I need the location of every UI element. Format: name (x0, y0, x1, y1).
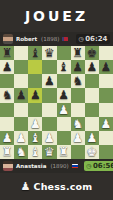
bottom-player-bar: Anastasia (1890) ◷ 06:56 (0, 159, 113, 173)
square-f1[interactable] (71, 145, 85, 159)
square-c4[interactable] (28, 103, 42, 117)
top-player-name: Robert (16, 36, 37, 42)
piece-white-knight[interactable]: ♞ (72, 118, 83, 130)
square-g4[interactable] (85, 103, 99, 117)
piece-white-pawn[interactable]: ♟ (58, 104, 69, 116)
piece-white-queen[interactable]: ♛ (44, 146, 55, 158)
square-h6[interactable] (99, 74, 113, 88)
square-e8[interactable] (57, 46, 71, 60)
bottom-player-rating: (1890) (50, 163, 68, 169)
square-b4[interactable] (14, 103, 28, 117)
square-b1[interactable]: ♞ (14, 145, 28, 159)
piece-black-pawn[interactable]: ♟ (2, 61, 13, 73)
square-f5[interactable] (71, 88, 85, 102)
piece-black-rook[interactable]: ♜ (72, 47, 83, 59)
square-g1[interactable]: ♚ (85, 145, 99, 159)
clock-icon: ◷ (86, 163, 91, 169)
piece-black-queen[interactable]: ♛ (44, 47, 55, 59)
top-player-rating: (1898) (41, 36, 59, 42)
square-e5[interactable]: ♟ (57, 88, 71, 102)
brand-wordmark: Chess.com (33, 181, 92, 192)
square-d4[interactable] (42, 103, 56, 117)
piece-white-king[interactable]: ♚ (86, 146, 97, 158)
square-a8[interactable]: ♜ (0, 46, 14, 60)
piece-white-knight[interactable]: ♞ (16, 146, 27, 158)
square-g5[interactable] (85, 88, 99, 102)
square-f2[interactable]: ♟ (71, 131, 85, 145)
piece-white-pawn[interactable]: ♟ (30, 118, 41, 130)
square-h7[interactable]: ♟ (99, 60, 113, 74)
square-b3[interactable] (14, 117, 28, 131)
square-c5[interactable]: ♟ (28, 88, 42, 102)
square-b7[interactable] (14, 60, 28, 74)
square-h8[interactable] (99, 46, 113, 60)
piece-white-rook[interactable]: ♜ (2, 146, 13, 158)
piece-white-pawn[interactable]: ♟ (101, 118, 112, 130)
ad-header: JOUEZ (0, 0, 113, 32)
square-f3[interactable]: ♞ (71, 117, 85, 131)
square-h1[interactable] (99, 145, 113, 159)
square-a2[interactable]: ♟ (0, 131, 14, 145)
piece-black-knight[interactable]: ♞ (2, 89, 13, 101)
pawn-icon: ♟ (21, 181, 31, 192)
square-d7[interactable] (42, 60, 56, 74)
piece-white-rook[interactable]: ♜ (58, 146, 69, 158)
top-player-avatar[interactable] (3, 34, 13, 44)
bottom-player-clock: ◷ 06:56 (84, 161, 113, 171)
square-c7[interactable] (28, 60, 42, 74)
square-h3[interactable]: ♟ (99, 117, 113, 131)
square-d6[interactable]: ♟ (42, 74, 56, 88)
piece-black-pawn[interactable]: ♟ (72, 61, 83, 73)
piece-black-knight[interactable]: ♞ (72, 75, 83, 87)
square-f7[interactable]: ♟ (71, 60, 85, 74)
brand-footer[interactable]: ♟ Chess.com (0, 173, 113, 200)
square-c1[interactable]: ♝ (28, 145, 42, 159)
piece-black-king[interactable]: ♚ (86, 47, 97, 59)
square-a6[interactable] (0, 74, 14, 88)
square-d3[interactable] (42, 117, 56, 131)
piece-white-pawn[interactable]: ♟ (2, 132, 13, 144)
piece-black-rook[interactable]: ♜ (2, 47, 13, 59)
square-d8[interactable]: ♛ (42, 46, 56, 60)
square-g2[interactable]: ♟ (85, 131, 99, 145)
square-b8[interactable] (14, 46, 28, 60)
bottom-clock-time: 06:56 (93, 162, 113, 170)
piece-black-bishop[interactable]: ♝ (30, 47, 41, 59)
square-e6[interactable] (57, 74, 71, 88)
top-clock-time: 06:24 (85, 35, 107, 43)
ru-flag-icon (72, 164, 78, 168)
square-f8[interactable]: ♜ (71, 46, 85, 60)
square-e4[interactable]: ♟ (57, 103, 71, 117)
square-h4[interactable] (99, 103, 113, 117)
square-f6[interactable]: ♞ (71, 74, 85, 88)
piece-black-pawn[interactable]: ♟ (44, 75, 55, 87)
play-cta-title[interactable]: JOUEZ (25, 8, 88, 24)
piece-black-pawn[interactable]: ♟ (58, 89, 69, 101)
piece-white-pawn[interactable]: ♟ (72, 132, 83, 144)
square-g7[interactable]: ♟ (85, 60, 99, 74)
chess-board[interactable]: ♜♝♛♜♚♟♝♟♟♟♟♞♞♟♟♟♟♟♞♟♟♟♝♟♟♟♜♞♝♛♜♚ (0, 46, 113, 159)
square-c2[interactable]: ♝ (28, 131, 42, 145)
square-a5[interactable]: ♞ (0, 88, 14, 102)
square-g6[interactable] (85, 74, 99, 88)
square-c6[interactable] (28, 74, 42, 88)
square-a1[interactable]: ♜ (0, 145, 14, 159)
square-e2[interactable] (57, 131, 71, 145)
square-h2[interactable] (99, 131, 113, 145)
clock-icon: ◷ (78, 36, 83, 42)
square-a7[interactable]: ♟ (0, 60, 14, 74)
square-e3[interactable] (57, 117, 71, 131)
square-g8[interactable]: ♚ (85, 46, 99, 60)
piece-black-bishop[interactable]: ♝ (58, 61, 69, 73)
top-player-bar: Robert (1898) ◷ 06:24 (0, 32, 113, 46)
piece-white-pawn[interactable]: ♟ (44, 132, 55, 144)
piece-black-pawn[interactable]: ♟ (86, 61, 97, 73)
square-g3[interactable] (85, 117, 99, 131)
square-d2[interactable]: ♟ (42, 131, 56, 145)
square-f4[interactable] (71, 103, 85, 117)
top-player-clock: ◷ 06:24 (76, 34, 110, 44)
bottom-player-name: Anastasia (16, 163, 46, 169)
square-e1[interactable]: ♜ (57, 145, 71, 159)
square-b5[interactable]: ♟ (14, 88, 28, 102)
square-c8[interactable]: ♝ (28, 46, 42, 60)
bottom-player-avatar[interactable] (3, 161, 13, 171)
piece-white-pawn[interactable]: ♟ (16, 132, 27, 144)
piece-black-pawn[interactable]: ♟ (16, 89, 27, 101)
square-a3[interactable] (0, 117, 14, 131)
square-d1[interactable]: ♛ (42, 145, 56, 159)
square-e7[interactable]: ♝ (57, 60, 71, 74)
piece-white-bishop[interactable]: ♝ (30, 132, 41, 144)
us-flag-icon (62, 37, 68, 41)
piece-white-bishop[interactable]: ♝ (30, 146, 41, 158)
piece-black-pawn[interactable]: ♟ (101, 61, 112, 73)
square-c3[interactable]: ♟ (28, 117, 42, 131)
square-d5[interactable] (42, 88, 56, 102)
square-a4[interactable] (0, 103, 14, 117)
piece-white-pawn[interactable]: ♟ (86, 132, 97, 144)
square-b6[interactable] (14, 74, 28, 88)
square-b2[interactable]: ♟ (14, 131, 28, 145)
piece-black-pawn[interactable]: ♟ (30, 89, 41, 101)
square-h5[interactable] (99, 88, 113, 102)
